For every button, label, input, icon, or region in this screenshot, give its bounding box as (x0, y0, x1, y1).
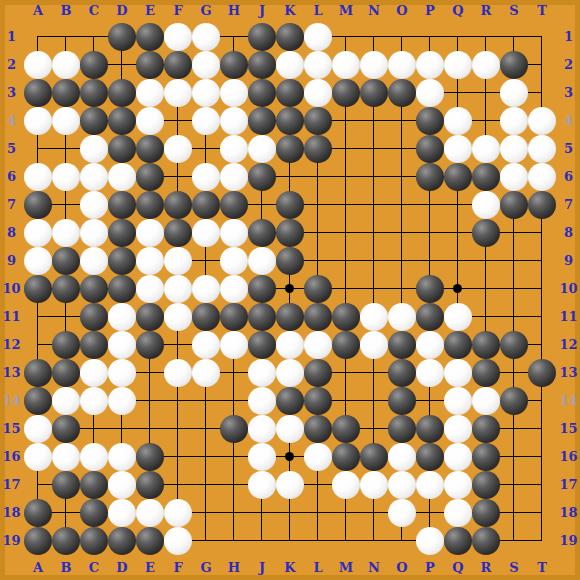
intersection-O8[interactable] (388, 219, 416, 247)
intersection-G9[interactable] (192, 247, 220, 275)
intersection-L2[interactable] (304, 51, 332, 79)
intersection-G1[interactable] (192, 23, 220, 51)
intersection-M18[interactable] (332, 499, 360, 527)
intersection-E10[interactable] (136, 275, 164, 303)
intersection-Q2[interactable] (444, 51, 472, 79)
intersection-D12[interactable] (108, 331, 136, 359)
intersection-F16[interactable] (164, 443, 192, 471)
intersection-E1[interactable] (136, 23, 164, 51)
intersection-N1[interactable] (360, 23, 388, 51)
intersection-J14[interactable] (248, 387, 276, 415)
intersection-A13[interactable] (24, 359, 52, 387)
intersection-L7[interactable] (304, 191, 332, 219)
intersection-A8[interactable] (24, 219, 52, 247)
intersection-J17[interactable] (248, 471, 276, 499)
intersection-P18[interactable] (416, 499, 444, 527)
intersection-G2[interactable] (192, 51, 220, 79)
intersection-G12[interactable] (192, 331, 220, 359)
intersection-D4[interactable] (108, 107, 136, 135)
intersection-N7[interactable] (360, 191, 388, 219)
intersection-Q3[interactable] (444, 79, 472, 107)
intersection-G10[interactable] (192, 275, 220, 303)
intersection-O10[interactable] (388, 275, 416, 303)
intersection-O18[interactable] (388, 499, 416, 527)
intersection-Q10[interactable] (444, 275, 472, 303)
intersection-P15[interactable] (416, 415, 444, 443)
intersection-T5[interactable] (528, 135, 556, 163)
intersection-Q14[interactable] (444, 387, 472, 415)
intersection-T3[interactable] (528, 79, 556, 107)
intersection-N10[interactable] (360, 275, 388, 303)
intersection-N9[interactable] (360, 247, 388, 275)
intersection-P2[interactable] (416, 51, 444, 79)
intersection-T12[interactable] (528, 331, 556, 359)
intersection-R10[interactable] (472, 275, 500, 303)
intersection-R3[interactable] (472, 79, 500, 107)
intersection-R16[interactable] (472, 443, 500, 471)
intersection-L3[interactable] (304, 79, 332, 107)
intersection-S17[interactable] (500, 471, 528, 499)
intersection-R4[interactable] (472, 107, 500, 135)
intersection-D9[interactable] (108, 247, 136, 275)
intersection-P17[interactable] (416, 471, 444, 499)
intersection-A4[interactable] (24, 107, 52, 135)
intersection-F14[interactable] (164, 387, 192, 415)
intersection-T6[interactable] (528, 163, 556, 191)
intersection-O2[interactable] (388, 51, 416, 79)
intersection-P5[interactable] (416, 135, 444, 163)
intersection-G7[interactable] (192, 191, 220, 219)
intersection-J19[interactable] (248, 527, 276, 555)
intersection-H16[interactable] (220, 443, 248, 471)
intersection-S13[interactable] (500, 359, 528, 387)
intersection-M2[interactable] (332, 51, 360, 79)
intersection-Q7[interactable] (444, 191, 472, 219)
intersection-S3[interactable] (500, 79, 528, 107)
intersection-D6[interactable] (108, 163, 136, 191)
intersection-L17[interactable] (304, 471, 332, 499)
intersection-G5[interactable] (192, 135, 220, 163)
intersection-K9[interactable] (276, 247, 304, 275)
intersection-T19[interactable] (528, 527, 556, 555)
intersection-C5[interactable] (80, 135, 108, 163)
intersection-E18[interactable] (136, 499, 164, 527)
intersection-M1[interactable] (332, 23, 360, 51)
intersection-B3[interactable] (52, 79, 80, 107)
intersection-J16[interactable] (248, 443, 276, 471)
intersection-E17[interactable] (136, 471, 164, 499)
intersection-Q12[interactable] (444, 331, 472, 359)
intersection-K18[interactable] (276, 499, 304, 527)
intersection-G18[interactable] (192, 499, 220, 527)
intersection-G3[interactable] (192, 79, 220, 107)
intersection-L18[interactable] (304, 499, 332, 527)
intersection-L12[interactable] (304, 331, 332, 359)
intersection-O17[interactable] (388, 471, 416, 499)
intersection-H6[interactable] (220, 163, 248, 191)
intersection-K8[interactable] (276, 219, 304, 247)
intersection-K12[interactable] (276, 331, 304, 359)
intersection-D14[interactable] (108, 387, 136, 415)
intersection-H13[interactable] (220, 359, 248, 387)
intersection-R15[interactable] (472, 415, 500, 443)
intersection-J7[interactable] (248, 191, 276, 219)
intersection-P7[interactable] (416, 191, 444, 219)
intersection-R9[interactable] (472, 247, 500, 275)
intersection-B16[interactable] (52, 443, 80, 471)
intersection-R11[interactable] (472, 303, 500, 331)
intersection-D15[interactable] (108, 415, 136, 443)
intersection-A11[interactable] (24, 303, 52, 331)
intersection-Q13[interactable] (444, 359, 472, 387)
intersection-G19[interactable] (192, 527, 220, 555)
intersection-H9[interactable] (220, 247, 248, 275)
intersection-B6[interactable] (52, 163, 80, 191)
intersection-H1[interactable] (220, 23, 248, 51)
intersection-C3[interactable] (80, 79, 108, 107)
intersection-D7[interactable] (108, 191, 136, 219)
intersection-A19[interactable] (24, 527, 52, 555)
intersection-H11[interactable] (220, 303, 248, 331)
intersection-N5[interactable] (360, 135, 388, 163)
intersection-L14[interactable] (304, 387, 332, 415)
intersection-Q9[interactable] (444, 247, 472, 275)
intersection-F12[interactable] (164, 331, 192, 359)
intersection-N14[interactable] (360, 387, 388, 415)
intersection-E2[interactable] (136, 51, 164, 79)
intersection-J5[interactable] (248, 135, 276, 163)
intersection-R7[interactable] (472, 191, 500, 219)
intersection-D17[interactable] (108, 471, 136, 499)
intersection-A6[interactable] (24, 163, 52, 191)
intersection-Q18[interactable] (444, 499, 472, 527)
intersection-E15[interactable] (136, 415, 164, 443)
intersection-D1[interactable] (108, 23, 136, 51)
intersection-C13[interactable] (80, 359, 108, 387)
intersection-E5[interactable] (136, 135, 164, 163)
intersection-P19[interactable] (416, 527, 444, 555)
intersection-Q15[interactable] (444, 415, 472, 443)
intersection-F1[interactable] (164, 23, 192, 51)
intersection-E6[interactable] (136, 163, 164, 191)
intersection-E12[interactable] (136, 331, 164, 359)
intersection-F8[interactable] (164, 219, 192, 247)
intersection-Q6[interactable] (444, 163, 472, 191)
intersection-O9[interactable] (388, 247, 416, 275)
intersection-B14[interactable] (52, 387, 80, 415)
intersection-L6[interactable] (304, 163, 332, 191)
intersection-B1[interactable] (52, 23, 80, 51)
intersection-K7[interactable] (276, 191, 304, 219)
intersection-J6[interactable] (248, 163, 276, 191)
intersection-O16[interactable] (388, 443, 416, 471)
intersection-J10[interactable] (248, 275, 276, 303)
intersection-D3[interactable] (108, 79, 136, 107)
intersection-H14[interactable] (220, 387, 248, 415)
intersection-H7[interactable] (220, 191, 248, 219)
intersection-C2[interactable] (80, 51, 108, 79)
intersection-M7[interactable] (332, 191, 360, 219)
intersection-Q16[interactable] (444, 443, 472, 471)
intersection-P13[interactable] (416, 359, 444, 387)
intersection-L15[interactable] (304, 415, 332, 443)
intersection-T9[interactable] (528, 247, 556, 275)
intersection-N18[interactable] (360, 499, 388, 527)
intersection-R6[interactable] (472, 163, 500, 191)
intersection-L9[interactable] (304, 247, 332, 275)
intersection-J4[interactable] (248, 107, 276, 135)
intersection-K5[interactable] (276, 135, 304, 163)
intersection-B17[interactable] (52, 471, 80, 499)
intersection-B4[interactable] (52, 107, 80, 135)
intersection-E11[interactable] (136, 303, 164, 331)
intersection-S14[interactable] (500, 387, 528, 415)
intersection-A10[interactable] (24, 275, 52, 303)
intersection-R13[interactable] (472, 359, 500, 387)
intersection-L8[interactable] (304, 219, 332, 247)
intersection-L5[interactable] (304, 135, 332, 163)
intersection-K2[interactable] (276, 51, 304, 79)
intersection-T14[interactable] (528, 387, 556, 415)
intersection-B13[interactable] (52, 359, 80, 387)
intersection-P9[interactable] (416, 247, 444, 275)
intersection-S12[interactable] (500, 331, 528, 359)
intersection-M17[interactable] (332, 471, 360, 499)
intersection-M3[interactable] (332, 79, 360, 107)
intersection-K17[interactable] (276, 471, 304, 499)
intersection-O5[interactable] (388, 135, 416, 163)
intersection-O19[interactable] (388, 527, 416, 555)
intersection-D10[interactable] (108, 275, 136, 303)
intersection-C11[interactable] (80, 303, 108, 331)
intersection-H4[interactable] (220, 107, 248, 135)
intersection-D19[interactable] (108, 527, 136, 555)
intersection-G15[interactable] (192, 415, 220, 443)
intersection-C7[interactable] (80, 191, 108, 219)
intersection-G11[interactable] (192, 303, 220, 331)
intersection-P4[interactable] (416, 107, 444, 135)
intersection-O3[interactable] (388, 79, 416, 107)
intersection-S18[interactable] (500, 499, 528, 527)
intersection-T2[interactable] (528, 51, 556, 79)
intersection-T10[interactable] (528, 275, 556, 303)
intersection-A2[interactable] (24, 51, 52, 79)
intersection-G4[interactable] (192, 107, 220, 135)
intersection-A18[interactable] (24, 499, 52, 527)
intersection-B11[interactable] (52, 303, 80, 331)
intersection-B15[interactable] (52, 415, 80, 443)
intersection-L1[interactable] (304, 23, 332, 51)
intersection-L16[interactable] (304, 443, 332, 471)
intersection-K6[interactable] (276, 163, 304, 191)
intersection-S8[interactable] (500, 219, 528, 247)
intersection-S15[interactable] (500, 415, 528, 443)
intersection-N11[interactable] (360, 303, 388, 331)
intersection-T18[interactable] (528, 499, 556, 527)
intersection-M10[interactable] (332, 275, 360, 303)
intersection-K3[interactable] (276, 79, 304, 107)
intersection-F5[interactable] (164, 135, 192, 163)
intersection-Q1[interactable] (444, 23, 472, 51)
intersection-H5[interactable] (220, 135, 248, 163)
intersection-R1[interactable] (472, 23, 500, 51)
intersection-T17[interactable] (528, 471, 556, 499)
intersection-O1[interactable] (388, 23, 416, 51)
intersection-R17[interactable] (472, 471, 500, 499)
intersection-D8[interactable] (108, 219, 136, 247)
intersection-D13[interactable] (108, 359, 136, 387)
intersection-B8[interactable] (52, 219, 80, 247)
intersection-G13[interactable] (192, 359, 220, 387)
intersection-Q5[interactable] (444, 135, 472, 163)
intersection-K10[interactable] (276, 275, 304, 303)
intersection-E16[interactable] (136, 443, 164, 471)
intersection-L4[interactable] (304, 107, 332, 135)
intersection-H12[interactable] (220, 331, 248, 359)
intersection-N13[interactable] (360, 359, 388, 387)
intersection-H8[interactable] (220, 219, 248, 247)
intersection-J15[interactable] (248, 415, 276, 443)
intersection-B18[interactable] (52, 499, 80, 527)
intersection-C9[interactable] (80, 247, 108, 275)
intersection-T13[interactable] (528, 359, 556, 387)
intersection-C15[interactable] (80, 415, 108, 443)
intersection-L13[interactable] (304, 359, 332, 387)
intersection-M6[interactable] (332, 163, 360, 191)
intersection-J12[interactable] (248, 331, 276, 359)
intersection-M4[interactable] (332, 107, 360, 135)
intersection-O12[interactable] (388, 331, 416, 359)
intersection-S16[interactable] (500, 443, 528, 471)
intersection-E7[interactable] (136, 191, 164, 219)
intersection-A14[interactable] (24, 387, 52, 415)
intersection-E19[interactable] (136, 527, 164, 555)
intersection-H3[interactable] (220, 79, 248, 107)
intersection-M8[interactable] (332, 219, 360, 247)
intersection-S5[interactable] (500, 135, 528, 163)
intersection-H19[interactable] (220, 527, 248, 555)
intersection-F11[interactable] (164, 303, 192, 331)
intersection-K16[interactable] (276, 443, 304, 471)
intersection-H10[interactable] (220, 275, 248, 303)
intersection-E14[interactable] (136, 387, 164, 415)
intersection-R5[interactable] (472, 135, 500, 163)
intersection-H17[interactable] (220, 471, 248, 499)
intersection-K14[interactable] (276, 387, 304, 415)
intersection-T15[interactable] (528, 415, 556, 443)
intersection-N8[interactable] (360, 219, 388, 247)
intersection-A7[interactable] (24, 191, 52, 219)
intersection-A15[interactable] (24, 415, 52, 443)
intersection-L11[interactable] (304, 303, 332, 331)
intersection-M11[interactable] (332, 303, 360, 331)
intersection-A16[interactable] (24, 443, 52, 471)
intersection-F10[interactable] (164, 275, 192, 303)
intersection-C1[interactable] (80, 23, 108, 51)
intersection-B5[interactable] (52, 135, 80, 163)
intersection-F15[interactable] (164, 415, 192, 443)
intersection-F7[interactable] (164, 191, 192, 219)
intersection-M15[interactable] (332, 415, 360, 443)
intersection-J8[interactable] (248, 219, 276, 247)
intersection-L10[interactable] (304, 275, 332, 303)
intersection-O14[interactable] (388, 387, 416, 415)
intersection-B19[interactable] (52, 527, 80, 555)
intersection-B9[interactable] (52, 247, 80, 275)
intersection-T16[interactable] (528, 443, 556, 471)
intersection-S9[interactable] (500, 247, 528, 275)
intersection-T1[interactable] (528, 23, 556, 51)
intersection-R18[interactable] (472, 499, 500, 527)
intersection-E4[interactable] (136, 107, 164, 135)
intersection-E8[interactable] (136, 219, 164, 247)
intersection-N12[interactable] (360, 331, 388, 359)
intersection-N4[interactable] (360, 107, 388, 135)
intersection-A9[interactable] (24, 247, 52, 275)
intersection-M12[interactable] (332, 331, 360, 359)
intersection-T7[interactable] (528, 191, 556, 219)
intersection-F19[interactable] (164, 527, 192, 555)
intersection-F4[interactable] (164, 107, 192, 135)
intersection-P11[interactable] (416, 303, 444, 331)
intersection-T8[interactable] (528, 219, 556, 247)
intersection-H18[interactable] (220, 499, 248, 527)
intersection-S19[interactable] (500, 527, 528, 555)
intersection-G8[interactable] (192, 219, 220, 247)
intersection-O13[interactable] (388, 359, 416, 387)
intersection-K1[interactable] (276, 23, 304, 51)
intersection-P16[interactable] (416, 443, 444, 471)
intersection-M19[interactable] (332, 527, 360, 555)
intersection-Q19[interactable] (444, 527, 472, 555)
intersection-F13[interactable] (164, 359, 192, 387)
intersection-F6[interactable] (164, 163, 192, 191)
intersection-L19[interactable] (304, 527, 332, 555)
intersection-M16[interactable] (332, 443, 360, 471)
intersection-R19[interactable] (472, 527, 500, 555)
intersection-K19[interactable] (276, 527, 304, 555)
intersection-O4[interactable] (388, 107, 416, 135)
intersection-A12[interactable] (24, 331, 52, 359)
intersection-J11[interactable] (248, 303, 276, 331)
intersection-G14[interactable] (192, 387, 220, 415)
intersection-O11[interactable] (388, 303, 416, 331)
intersection-F17[interactable] (164, 471, 192, 499)
intersection-K13[interactable] (276, 359, 304, 387)
intersection-P8[interactable] (416, 219, 444, 247)
intersection-C12[interactable] (80, 331, 108, 359)
intersection-C4[interactable] (80, 107, 108, 135)
intersection-S4[interactable] (500, 107, 528, 135)
intersection-F9[interactable] (164, 247, 192, 275)
intersection-C14[interactable] (80, 387, 108, 415)
intersection-Q4[interactable] (444, 107, 472, 135)
intersection-K15[interactable] (276, 415, 304, 443)
intersection-Q17[interactable] (444, 471, 472, 499)
intersection-R2[interactable] (472, 51, 500, 79)
intersection-B12[interactable] (52, 331, 80, 359)
intersection-T4[interactable] (528, 107, 556, 135)
intersection-P3[interactable] (416, 79, 444, 107)
intersection-N19[interactable] (360, 527, 388, 555)
intersection-P10[interactable] (416, 275, 444, 303)
intersection-S10[interactable] (500, 275, 528, 303)
intersection-S2[interactable] (500, 51, 528, 79)
intersection-S11[interactable] (500, 303, 528, 331)
intersection-A17[interactable] (24, 471, 52, 499)
intersection-M14[interactable] (332, 387, 360, 415)
intersection-A3[interactable] (24, 79, 52, 107)
